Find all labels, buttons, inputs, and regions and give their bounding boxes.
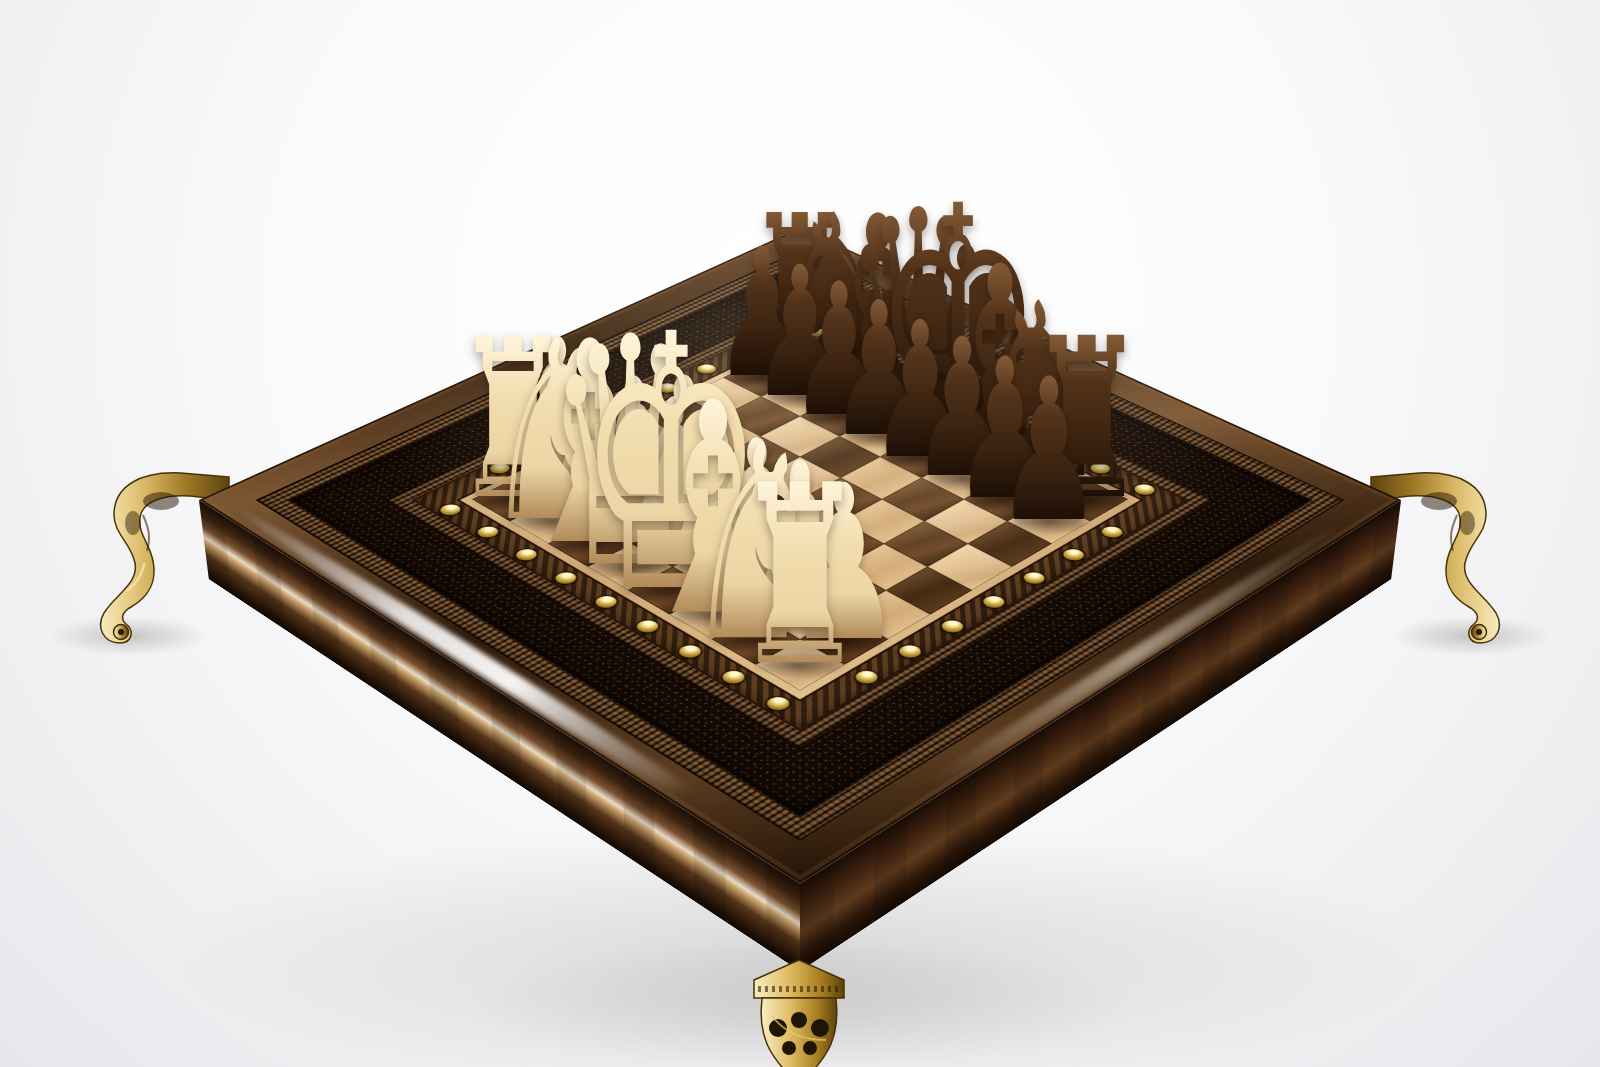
square-d1 <box>588 544 673 591</box>
brass-rivet <box>1043 440 1070 454</box>
brass-rivet <box>880 362 906 375</box>
chess-board-3d <box>199 228 1401 884</box>
brass-rivet <box>632 618 662 635</box>
square-g3 <box>800 567 886 615</box>
brass-rivet <box>937 618 967 635</box>
brass-rivet <box>1019 570 1048 586</box>
square-g2 <box>756 590 843 639</box>
brass-rivet <box>512 547 541 563</box>
board-top <box>199 228 1401 884</box>
brass-rivet <box>718 668 749 686</box>
square-h6 <box>968 521 1052 567</box>
square-h3 <box>844 590 931 639</box>
square-h4 <box>886 567 972 615</box>
brass-rivet <box>1059 547 1088 563</box>
brass-rivet <box>693 362 719 375</box>
brass-rivet <box>1086 461 1114 475</box>
brass-rivet <box>654 381 681 394</box>
square-e1 <box>628 567 714 615</box>
brass-rivet <box>842 344 868 357</box>
carved-rope-band-inner <box>386 303 1215 748</box>
brass-rivet <box>675 643 706 661</box>
square-d3 <box>676 499 759 543</box>
square-f5 <box>841 499 924 543</box>
brass-rivet <box>732 344 758 357</box>
brass-rivet <box>572 420 599 434</box>
square-h2 <box>800 615 888 665</box>
brass-rivet <box>551 570 580 586</box>
square-g1 <box>712 615 800 665</box>
brass-rivet <box>473 524 502 540</box>
brass-rivet <box>613 401 640 415</box>
maple-trim <box>459 335 1141 700</box>
scene <box>0 0 1600 1067</box>
brass-rivet <box>804 326 830 338</box>
square-h5 <box>927 544 1012 591</box>
brass-rivet <box>436 502 464 517</box>
square-b1 <box>510 499 593 543</box>
brass-rivet <box>762 694 793 712</box>
square-f4 <box>800 521 884 567</box>
brass-rivet <box>851 668 882 686</box>
riveted-inner-panel <box>411 314 1189 731</box>
carved-ornament-band <box>287 262 1314 818</box>
square-c2 <box>593 499 676 543</box>
square-e2 <box>673 544 758 591</box>
square-d2 <box>632 521 716 567</box>
brass-rivet <box>1098 524 1127 540</box>
brass-rivet <box>920 381 947 394</box>
brass-rivet <box>960 401 987 415</box>
checkerboard <box>472 340 1128 690</box>
square-g4 <box>842 544 927 591</box>
brass-rivet <box>591 594 621 611</box>
square-f2 <box>714 567 800 615</box>
square-c1 <box>548 521 632 567</box>
brass-rivet <box>979 594 1009 611</box>
square-f1 <box>669 590 756 639</box>
square-g6 <box>924 499 1007 543</box>
brass-rivet <box>1001 420 1028 434</box>
square-g5 <box>884 521 968 567</box>
brass-rivet <box>529 440 556 454</box>
square-h7 <box>1007 499 1090 543</box>
carved-rope-band-outer <box>256 250 1345 841</box>
brass-rivet <box>1130 482 1158 497</box>
square-h1 <box>755 639 844 690</box>
square-f3 <box>758 544 843 591</box>
brass-leg-front <box>744 956 854 1067</box>
square-e4 <box>759 499 842 543</box>
square-e3 <box>716 521 800 567</box>
brass-rivet <box>895 643 926 661</box>
brass-rivet <box>486 461 514 475</box>
